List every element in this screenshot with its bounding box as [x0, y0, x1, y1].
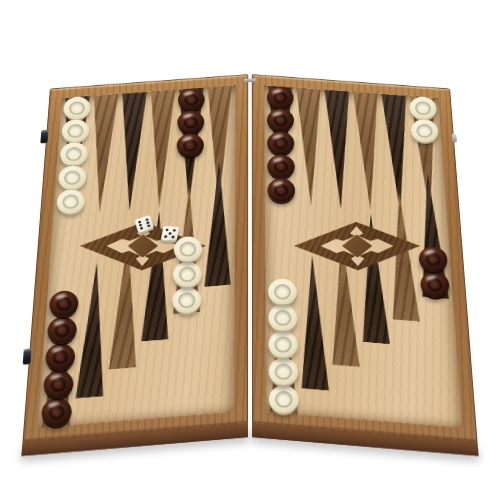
- case-latch-icon[interactable]: [23, 348, 32, 364]
- board-half-left: [22, 74, 248, 442]
- checker-brown[interactable]: [43, 371, 74, 399]
- checker-white[interactable]: [61, 119, 90, 142]
- quadrant-top-left: [54, 85, 234, 231]
- checker-white[interactable]: [58, 166, 87, 190]
- point-10[interactable]: [107, 342, 140, 370]
- checker-white[interactable]: [173, 261, 202, 287]
- checker-white[interactable]: [269, 358, 299, 385]
- point-7[interactable]: [202, 261, 233, 288]
- die-showing-5[interactable]: [161, 226, 180, 241]
- checker-white[interactable]: [63, 97, 91, 120]
- point-5[interactable]: [299, 362, 331, 391]
- case-latch-icon[interactable]: [40, 130, 48, 144]
- point-20[interactable]: [294, 88, 326, 223]
- point-12[interactable]: [40, 399, 74, 428]
- checker-brown[interactable]: [45, 344, 76, 371]
- die-pip-icon: [172, 236, 175, 239]
- point-16-triangle: [144, 90, 177, 210]
- die-showing-6[interactable]: [135, 215, 154, 233]
- quadrant-bottom-right: [267, 261, 460, 428]
- die-pip-icon: [173, 229, 176, 232]
- checker-white[interactable]: [410, 119, 439, 142]
- die-pip-cell: [171, 235, 176, 239]
- checker-white[interactable]: [269, 385, 299, 413]
- playing-field-right: [264, 85, 462, 428]
- checker-brown[interactable]: [267, 155, 295, 179]
- checker-white[interactable]: [268, 279, 297, 305]
- point-8[interactable]: [171, 287, 202, 314]
- point-3[interactable]: [360, 317, 392, 345]
- die-pip-icon: [148, 224, 151, 227]
- point-4[interactable]: [330, 339, 362, 367]
- quadrant-top-right: [266, 85, 446, 231]
- point-15-triangle: [115, 92, 149, 212]
- photo-scene: [0, 0, 500, 500]
- point-16[interactable]: [144, 90, 178, 225]
- dice-pair[interactable]: [135, 213, 192, 250]
- checker-brown[interactable]: [267, 109, 294, 132]
- die-pip-cell: [147, 223, 152, 228]
- point-6[interactable]: [268, 386, 300, 415]
- checker-brown[interactable]: [176, 134, 204, 157]
- checker-brown[interactable]: [267, 178, 295, 202]
- checker-white[interactable]: [59, 142, 88, 165]
- point-5-triangle: [297, 254, 331, 390]
- hinge-pin-icon: [452, 133, 457, 142]
- point-11-triangle: [73, 261, 112, 398]
- checker-brown[interactable]: [177, 111, 204, 134]
- checker-brown[interactable]: [267, 132, 294, 155]
- checker-white[interactable]: [56, 190, 85, 214]
- checker-white[interactable]: [172, 287, 201, 313]
- checker-brown[interactable]: [47, 317, 78, 344]
- point-20-triangle: [294, 88, 326, 208]
- center-hinge-icon: [244, 79, 256, 83]
- point-11[interactable]: [73, 370, 106, 399]
- point-1[interactable]: [419, 273, 451, 300]
- checker-white[interactable]: [409, 97, 437, 120]
- backgammon-board: [24, 74, 476, 422]
- checker-white[interactable]: [268, 331, 298, 358]
- checker-brown[interactable]: [49, 291, 80, 317]
- diamond-inlay-motif: [294, 222, 422, 270]
- point-19[interactable]: [266, 85, 297, 219]
- point-2[interactable]: [390, 294, 422, 321]
- point-9[interactable]: [139, 314, 171, 342]
- checker-white[interactable]: [268, 305, 297, 331]
- checker-brown[interactable]: [267, 86, 294, 108]
- board-half-right: [252, 74, 478, 442]
- playing-field-left: [38, 85, 236, 428]
- quadrant-bottom-left: [40, 261, 233, 428]
